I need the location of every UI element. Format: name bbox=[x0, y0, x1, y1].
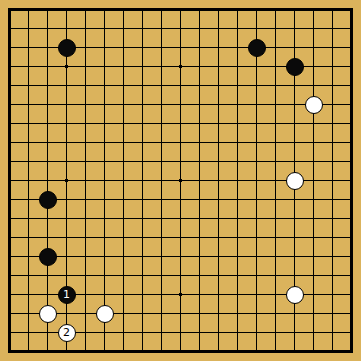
stone-white-d2[interactable]: 2 bbox=[58, 324, 76, 342]
stone-black-q16[interactable] bbox=[286, 58, 304, 76]
star-point bbox=[65, 65, 68, 68]
star-point bbox=[65, 179, 68, 182]
star-point bbox=[179, 179, 182, 182]
stone-black-d4[interactable]: 1 bbox=[58, 286, 76, 304]
move-number-label: 2 bbox=[63, 327, 70, 338]
move-number-label: 1 bbox=[63, 289, 70, 300]
stone-black-c6[interactable] bbox=[39, 248, 57, 266]
stone-white-q10[interactable] bbox=[286, 172, 304, 190]
go-board[interactable]: 12 bbox=[0, 0, 361, 361]
stone-white-c3[interactable] bbox=[39, 305, 57, 323]
stone-white-f3[interactable] bbox=[96, 305, 114, 323]
stone-white-q4[interactable] bbox=[286, 286, 304, 304]
stone-black-d17[interactable] bbox=[58, 39, 76, 57]
star-point bbox=[179, 293, 182, 296]
stone-white-r14[interactable] bbox=[305, 96, 323, 114]
stone-black-c9[interactable] bbox=[39, 191, 57, 209]
stone-black-o17[interactable] bbox=[248, 39, 266, 57]
star-point bbox=[179, 65, 182, 68]
